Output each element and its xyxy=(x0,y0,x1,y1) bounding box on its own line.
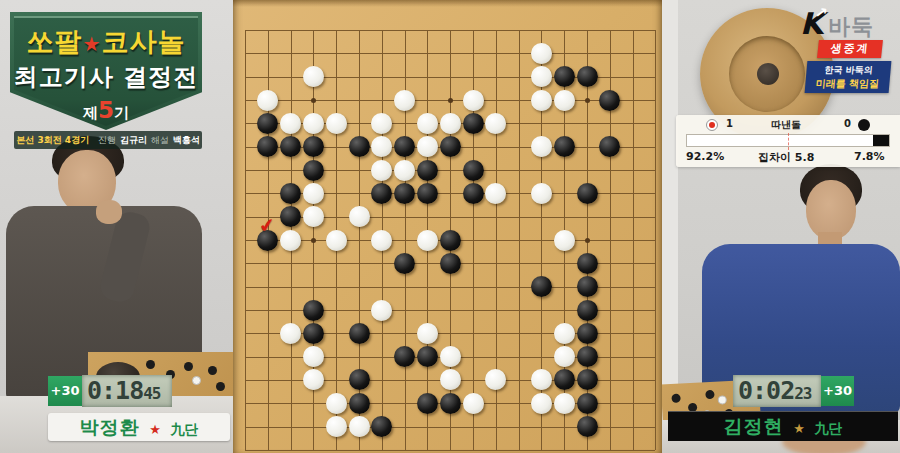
commentator-label: 해설 xyxy=(151,135,169,145)
star-point xyxy=(311,238,316,243)
stone-white xyxy=(280,113,301,134)
stone-black xyxy=(349,393,370,414)
stone-black xyxy=(463,183,484,204)
winrate-panel: 1 따낸돌 0 92.2% 집차이 5.8 7.8% xyxy=(676,115,900,167)
right-player-nameplate: 김정현 ★ 九단 xyxy=(668,411,898,441)
star-point xyxy=(585,238,590,243)
stone-black xyxy=(349,323,370,344)
stone-black xyxy=(440,393,461,414)
stone-black xyxy=(577,253,598,274)
white-captures: 1 xyxy=(726,118,733,129)
stone-white xyxy=(440,346,461,367)
title-star-icon: ★ xyxy=(83,32,102,56)
stone-black xyxy=(303,160,324,181)
stone-white xyxy=(531,66,552,87)
stone-white xyxy=(303,369,324,390)
stone-black xyxy=(303,300,324,321)
bowl-knob xyxy=(757,63,779,85)
left-clock-main: 0:18 xyxy=(87,376,143,405)
captures-label: 따낸돌 xyxy=(771,118,801,132)
winrate-bar xyxy=(686,134,890,147)
stone-white xyxy=(349,206,370,227)
left-player-nameplate: 박정환 ★ 九단 xyxy=(48,413,230,441)
stone-white xyxy=(326,393,347,414)
stone-white xyxy=(440,369,461,390)
right-player-face xyxy=(806,180,856,240)
stone-black xyxy=(394,136,415,157)
stone-black xyxy=(371,183,392,204)
stone-white xyxy=(303,206,324,227)
white-stone-icon xyxy=(706,119,718,131)
channel-slogan: 한국 바둑의 미래를 책임질 xyxy=(805,61,892,93)
tournament-title-line2: 최고기사 결정전 xyxy=(10,61,202,93)
stone-black xyxy=(554,136,575,157)
stone-black xyxy=(417,393,438,414)
stone-black xyxy=(394,183,415,204)
stone-black xyxy=(257,113,278,134)
stone-black xyxy=(303,323,324,344)
left-player-hand xyxy=(96,200,122,224)
stone-white xyxy=(531,393,552,414)
board-top-shadow xyxy=(233,0,662,7)
stone-black xyxy=(417,346,438,367)
stone-black xyxy=(371,416,392,437)
grid-line-v xyxy=(633,30,634,450)
stone-black xyxy=(577,276,598,297)
grid-line-v xyxy=(519,30,520,450)
stone-white xyxy=(531,136,552,157)
left-clock-seconds: 45 xyxy=(143,384,160,403)
stone-white xyxy=(554,346,575,367)
stone-white xyxy=(417,323,438,344)
stone-white xyxy=(394,160,415,181)
stone-black xyxy=(531,276,552,297)
left-clock: 0:1845 xyxy=(82,375,172,407)
star-point xyxy=(311,98,316,103)
right-player-star-icon: ★ xyxy=(793,421,805,436)
left-byoyomi-badge: +30 xyxy=(48,376,82,406)
stone-white xyxy=(485,113,506,134)
left-player-rank: 九단 xyxy=(170,421,198,437)
slogan-line2: 미래를 책임질 xyxy=(805,77,890,91)
stone-white xyxy=(531,369,552,390)
stone-black xyxy=(440,253,461,274)
go-board: ✔ xyxy=(233,0,662,453)
mc-name: 김규리 xyxy=(120,135,147,145)
stone-white xyxy=(303,113,324,134)
stone-black xyxy=(577,300,598,321)
right-player-name: 김정현 xyxy=(724,415,784,437)
right-byoyomi-badge: +30 xyxy=(821,376,854,406)
captures-row: 1 따낸돌 0 xyxy=(676,118,900,132)
channel-logo-text: 바둑 xyxy=(828,14,874,39)
stone-white xyxy=(554,323,575,344)
stone-white xyxy=(257,90,278,111)
stone-white xyxy=(531,90,552,111)
stone-white xyxy=(371,136,392,157)
stone-white xyxy=(394,90,415,111)
stone-black xyxy=(577,183,598,204)
stone-white xyxy=(485,369,506,390)
stone-black xyxy=(599,90,620,111)
stone-white xyxy=(463,393,484,414)
last-move-marker: ✔ xyxy=(258,215,276,236)
stone-black xyxy=(394,253,415,274)
channel-logo: K↗ 바둑 xyxy=(800,6,896,38)
stone-white xyxy=(371,230,392,251)
black-stone-icon xyxy=(858,119,870,131)
stone-black xyxy=(577,369,598,390)
stone-white xyxy=(554,90,575,111)
stone-black xyxy=(554,66,575,87)
stone-white xyxy=(371,300,392,321)
stone-black xyxy=(303,136,324,157)
stone-black xyxy=(280,206,301,227)
stone-white xyxy=(440,113,461,134)
stone-black xyxy=(257,136,278,157)
mc-label: 진행 xyxy=(98,135,116,145)
right-clock-seconds: 23 xyxy=(794,384,811,403)
black-captures: 0 xyxy=(844,118,851,129)
tournament-title-line1: 쏘팔★코사놀 xyxy=(10,24,202,60)
stone-white xyxy=(349,416,370,437)
stone-black xyxy=(599,136,620,157)
stone-white xyxy=(417,113,438,134)
channel-arrow-icon: ↗ xyxy=(814,3,829,23)
stone-white xyxy=(326,230,347,251)
stone-white xyxy=(371,160,392,181)
broadcast-frame: ✔ 쏘팔★코사놀 최고기사 결정전 제5기 본선 3회전 4경기 진행 김규리 … xyxy=(0,0,900,453)
winrate-bar-midline xyxy=(788,133,789,150)
slogan-line1: 한국 바둑의 xyxy=(806,64,891,77)
grid-line-v xyxy=(655,30,656,450)
stone-white xyxy=(554,393,575,414)
stone-white xyxy=(417,230,438,251)
stone-black xyxy=(577,416,598,437)
stone-black xyxy=(394,346,415,367)
stone-white xyxy=(554,230,575,251)
right-clock: 0:0223 xyxy=(733,375,821,407)
gap-label: 집차이 5.8 xyxy=(758,150,814,165)
stone-white xyxy=(280,323,301,344)
stone-white xyxy=(485,183,506,204)
stone-black xyxy=(349,136,370,157)
stone-white xyxy=(531,43,552,64)
grid-line-h xyxy=(245,450,655,451)
stone-white xyxy=(371,113,392,134)
stone-white xyxy=(280,230,301,251)
stone-white xyxy=(303,66,324,87)
stone-black xyxy=(463,113,484,134)
stone-white xyxy=(303,346,324,367)
black-winrate: 7.8% xyxy=(854,150,885,163)
stone-white xyxy=(326,113,347,134)
stone-black xyxy=(577,66,598,87)
star-point xyxy=(448,98,453,103)
stone-black xyxy=(349,369,370,390)
stone-black xyxy=(440,136,461,157)
stone-black xyxy=(417,183,438,204)
winrate-bar-black xyxy=(873,135,889,146)
stone-white xyxy=(326,416,347,437)
match-stage: 본선 3회전 4경기 xyxy=(16,135,89,145)
stone-black xyxy=(577,323,598,344)
right-clock-main: 0:02 xyxy=(738,376,794,405)
stone-white xyxy=(417,136,438,157)
stone-black xyxy=(577,393,598,414)
left-player-star-icon: ★ xyxy=(149,422,161,437)
stone-white xyxy=(531,183,552,204)
stone-white xyxy=(303,183,324,204)
right-player-rank: 九단 xyxy=(814,420,842,436)
star-point xyxy=(585,98,590,103)
match-info-bar: 본선 3회전 4경기 진행 김규리 해설 백홍석 xyxy=(14,131,202,149)
stone-black xyxy=(554,369,575,390)
stone-black xyxy=(463,160,484,181)
stone-black xyxy=(577,346,598,367)
stone-black xyxy=(280,183,301,204)
stone-black xyxy=(280,136,301,157)
live-badge: 생중계 xyxy=(817,40,883,58)
stone-white xyxy=(463,90,484,111)
left-player-name: 박정환 xyxy=(80,416,140,438)
stone-black xyxy=(417,160,438,181)
stone-black xyxy=(440,230,461,251)
commentator-name: 백홍석 xyxy=(173,135,200,145)
white-winrate: 92.2% xyxy=(686,150,724,163)
